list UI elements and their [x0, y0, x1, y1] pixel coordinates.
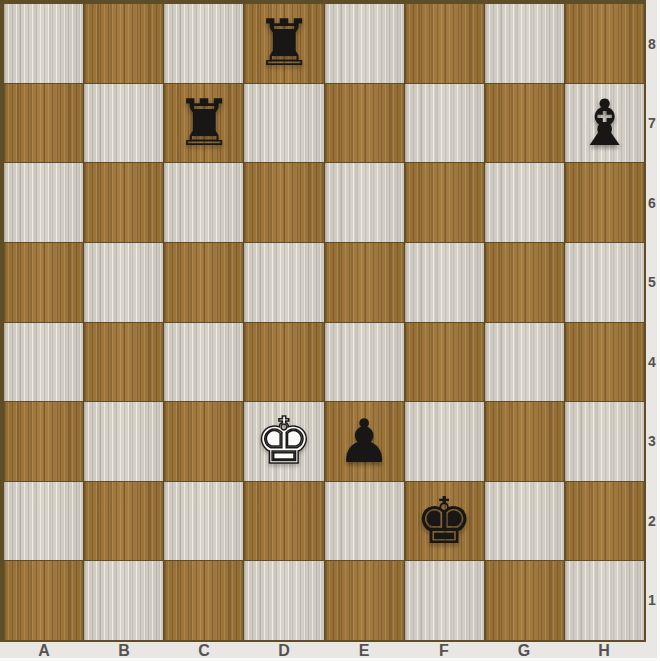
- square-a2[interactable]: [4, 482, 83, 561]
- file-label-b: B: [118, 642, 130, 660]
- square-d5[interactable]: [244, 243, 323, 322]
- square-g6[interactable]: [485, 163, 564, 242]
- square-a8[interactable]: [4, 4, 83, 83]
- square-g4[interactable]: [485, 323, 564, 402]
- piece-black-pawn-e3[interactable]: ♟: [325, 402, 404, 481]
- square-a5[interactable]: [4, 243, 83, 322]
- square-a3[interactable]: [4, 402, 83, 481]
- square-e6[interactable]: [325, 163, 404, 242]
- file-label-f: F: [439, 642, 449, 660]
- square-a6[interactable]: [4, 163, 83, 242]
- file-label-g: G: [518, 642, 530, 660]
- square-e7[interactable]: [325, 84, 404, 163]
- square-f3[interactable]: [405, 402, 484, 481]
- file-label-a: A: [38, 642, 50, 660]
- square-e4[interactable]: [325, 323, 404, 402]
- square-b7[interactable]: [84, 84, 163, 163]
- square-g8[interactable]: [485, 4, 564, 83]
- rank-label-7: 7: [648, 115, 656, 131]
- piece-black-king-f2[interactable]: ♚: [405, 482, 484, 561]
- square-c2[interactable]: [164, 482, 243, 561]
- square-c6[interactable]: [164, 163, 243, 242]
- rank-label-6: 6: [648, 195, 656, 211]
- square-a1[interactable]: [4, 561, 83, 640]
- rank-label-4: 4: [648, 354, 656, 370]
- square-g5[interactable]: [485, 243, 564, 322]
- piece-black-rook-d8[interactable]: ♜: [244, 4, 323, 83]
- square-h3[interactable]: [565, 402, 644, 481]
- rank-label-5: 5: [648, 274, 656, 290]
- square-e2[interactable]: [325, 482, 404, 561]
- square-f5[interactable]: [405, 243, 484, 322]
- square-h4[interactable]: [565, 323, 644, 402]
- square-a7[interactable]: [4, 84, 83, 163]
- rank-label-2: 2: [648, 513, 656, 529]
- square-g2[interactable]: [485, 482, 564, 561]
- square-c1[interactable]: [164, 561, 243, 640]
- square-b5[interactable]: [84, 243, 163, 322]
- square-b6[interactable]: [84, 163, 163, 242]
- square-h5[interactable]: [565, 243, 644, 322]
- square-g7[interactable]: [485, 84, 564, 163]
- chess-board: ♜♜♝♚♟♚: [0, 0, 646, 642]
- rank-label-8: 8: [648, 36, 656, 52]
- square-c4[interactable]: [164, 323, 243, 402]
- square-c5[interactable]: [164, 243, 243, 322]
- square-e8[interactable]: [325, 4, 404, 83]
- file-label-c: C: [198, 642, 210, 660]
- file-label-e: E: [359, 642, 370, 660]
- square-h1[interactable]: [565, 561, 644, 640]
- square-h2[interactable]: [565, 482, 644, 561]
- square-e5[interactable]: [325, 243, 404, 322]
- square-f6[interactable]: [405, 163, 484, 242]
- piece-white-king-d3[interactable]: ♚: [244, 402, 323, 481]
- square-f1[interactable]: [405, 561, 484, 640]
- square-c8[interactable]: [164, 4, 243, 83]
- file-label-h: H: [598, 642, 610, 660]
- square-h7[interactable]: ♝: [565, 84, 644, 163]
- square-b1[interactable]: [84, 561, 163, 640]
- square-b8[interactable]: [84, 4, 163, 83]
- rank-label-3: 3: [648, 433, 656, 449]
- square-e3[interactable]: ♟: [325, 402, 404, 481]
- square-f2[interactable]: ♚: [405, 482, 484, 561]
- square-c7[interactable]: ♜: [164, 84, 243, 163]
- square-d3[interactable]: ♚: [244, 402, 323, 481]
- square-c3[interactable]: [164, 402, 243, 481]
- square-g1[interactable]: [485, 561, 564, 640]
- square-d8[interactable]: ♜: [244, 4, 323, 83]
- square-g3[interactable]: [485, 402, 564, 481]
- square-a4[interactable]: [4, 323, 83, 402]
- square-e1[interactable]: [325, 561, 404, 640]
- square-h8[interactable]: [565, 4, 644, 83]
- square-d7[interactable]: [244, 84, 323, 163]
- square-b3[interactable]: [84, 402, 163, 481]
- square-b2[interactable]: [84, 482, 163, 561]
- square-f8[interactable]: [405, 4, 484, 83]
- square-d4[interactable]: [244, 323, 323, 402]
- rank-label-1: 1: [648, 592, 656, 608]
- piece-black-bishop-h7[interactable]: ♝: [565, 84, 644, 163]
- square-d1[interactable]: [244, 561, 323, 640]
- square-d2[interactable]: [244, 482, 323, 561]
- square-f7[interactable]: [405, 84, 484, 163]
- square-d6[interactable]: [244, 163, 323, 242]
- square-b4[interactable]: [84, 323, 163, 402]
- chess-board-screenshot: ♜♜♝♚♟♚ ABCDEFGH 87654321: [0, 0, 660, 661]
- square-h6[interactable]: [565, 163, 644, 242]
- file-label-d: D: [278, 642, 290, 660]
- piece-black-rook-c7[interactable]: ♜: [164, 84, 243, 163]
- square-f4[interactable]: [405, 323, 484, 402]
